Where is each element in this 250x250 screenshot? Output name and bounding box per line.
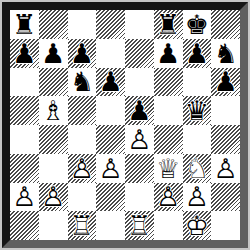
square-e1[interactable]: ♜♖	[125, 211, 154, 240]
board-frame: ♜♜♚♟♟♟♟♟♞♞♟♟♝♗♟♛♟♙♟♙♟♙♛♕♞♘♟♙♟♙♟♙♟♙♟♙♜♖♜♖…	[2, 2, 248, 248]
square-e8[interactable]	[125, 10, 154, 39]
square-c4[interactable]	[68, 125, 97, 154]
white-pawn: ♟♙	[156, 183, 180, 210]
square-e3[interactable]	[125, 154, 154, 183]
square-c3[interactable]: ♟♙	[68, 154, 97, 183]
square-f3[interactable]: ♛♕	[154, 154, 183, 183]
square-a6[interactable]	[10, 68, 39, 97]
square-h7[interactable]: ♞	[211, 39, 240, 68]
square-d3[interactable]: ♟♙	[96, 154, 125, 183]
square-c1[interactable]: ♜♖	[68, 211, 97, 240]
black-pawn: ♟	[214, 68, 238, 95]
square-c7[interactable]: ♟	[68, 39, 97, 68]
square-b3[interactable]	[39, 154, 68, 183]
black-pawn: ♟	[41, 40, 65, 67]
square-a1[interactable]	[10, 211, 39, 240]
square-h6[interactable]: ♟	[211, 68, 240, 97]
square-c2[interactable]	[68, 183, 97, 212]
square-b6[interactable]	[39, 68, 68, 97]
square-d6[interactable]: ♟	[96, 68, 125, 97]
square-f2[interactable]: ♟♙	[154, 183, 183, 212]
square-d2[interactable]	[96, 183, 125, 212]
square-g5[interactable]: ♛	[183, 96, 212, 125]
square-e6[interactable]	[125, 68, 154, 97]
square-e4[interactable]: ♟♙	[125, 125, 154, 154]
square-b2[interactable]: ♟♙	[39, 183, 68, 212]
square-g8[interactable]: ♚	[183, 10, 212, 39]
black-pawn: ♟	[12, 40, 36, 67]
square-f7[interactable]: ♟	[154, 39, 183, 68]
square-b7[interactable]: ♟	[39, 39, 68, 68]
square-a4[interactable]	[10, 125, 39, 154]
square-h2[interactable]	[211, 183, 240, 212]
black-pawn: ♟	[70, 40, 94, 67]
square-c5[interactable]	[68, 96, 97, 125]
white-pawn: ♟♙	[70, 155, 94, 182]
square-a7[interactable]: ♟	[10, 39, 39, 68]
square-g1[interactable]: ♚♔	[183, 211, 212, 240]
square-b8[interactable]	[39, 10, 68, 39]
square-d8[interactable]	[96, 10, 125, 39]
square-h1[interactable]	[211, 211, 240, 240]
square-d5[interactable]	[96, 96, 125, 125]
square-g7[interactable]: ♟	[183, 39, 212, 68]
square-b5[interactable]: ♝♗	[39, 96, 68, 125]
square-d1[interactable]	[96, 211, 125, 240]
square-f8[interactable]: ♜	[154, 10, 183, 39]
white-bishop: ♝♗	[41, 97, 65, 124]
square-c6[interactable]: ♞	[68, 68, 97, 97]
white-pawn: ♟♙	[214, 155, 238, 182]
white-pawn: ♟♙	[99, 155, 123, 182]
square-b1[interactable]	[39, 211, 68, 240]
square-f5[interactable]	[154, 96, 183, 125]
white-queen: ♛♕	[156, 155, 180, 182]
square-f4[interactable]	[154, 125, 183, 154]
square-c8[interactable]	[68, 10, 97, 39]
square-e5[interactable]: ♟	[125, 96, 154, 125]
square-a5[interactable]	[10, 96, 39, 125]
square-f6[interactable]	[154, 68, 183, 97]
black-rook: ♜	[156, 11, 180, 38]
black-knight: ♞	[214, 40, 238, 67]
black-rook: ♜	[12, 11, 36, 38]
white-rook: ♜♖	[70, 212, 94, 239]
square-f1[interactable]	[154, 211, 183, 240]
square-b4[interactable]	[39, 125, 68, 154]
white-rook: ♜♖	[127, 212, 151, 239]
square-g2[interactable]: ♟♙	[183, 183, 212, 212]
square-g4[interactable]	[183, 125, 212, 154]
square-h8[interactable]	[211, 10, 240, 39]
square-h5[interactable]	[211, 96, 240, 125]
square-d7[interactable]	[96, 39, 125, 68]
square-g6[interactable]	[183, 68, 212, 97]
white-knight: ♞♘	[185, 155, 209, 182]
square-a8[interactable]: ♜	[10, 10, 39, 39]
white-pawn: ♟♙	[41, 183, 65, 210]
black-pawn: ♟	[127, 97, 151, 124]
black-king: ♚	[185, 11, 209, 38]
black-pawn: ♟	[99, 68, 123, 95]
black-pawn: ♟	[185, 40, 209, 67]
square-d4[interactable]	[96, 125, 125, 154]
square-a2[interactable]: ♟♙	[10, 183, 39, 212]
chess-diagram: ♜♜♚♟♟♟♟♟♞♞♟♟♝♗♟♛♟♙♟♙♟♙♛♕♞♘♟♙♟♙♟♙♟♙♟♙♜♖♜♖…	[0, 0, 250, 250]
black-queen: ♛	[185, 97, 209, 124]
black-pawn: ♟	[156, 40, 180, 67]
square-a3[interactable]	[10, 154, 39, 183]
square-e2[interactable]	[125, 183, 154, 212]
black-knight: ♞	[70, 68, 94, 95]
white-king: ♚♔	[185, 212, 209, 239]
white-pawn: ♟♙	[127, 126, 151, 153]
square-e7[interactable]	[125, 39, 154, 68]
square-h3[interactable]: ♟♙	[211, 154, 240, 183]
square-h4[interactable]	[211, 125, 240, 154]
square-g3[interactable]: ♞♘	[183, 154, 212, 183]
chess-board: ♜♜♚♟♟♟♟♟♞♞♟♟♝♗♟♛♟♙♟♙♟♙♛♕♞♘♟♙♟♙♟♙♟♙♟♙♜♖♜♖…	[10, 10, 240, 240]
white-pawn: ♟♙	[185, 183, 209, 210]
white-pawn: ♟♙	[12, 183, 36, 210]
